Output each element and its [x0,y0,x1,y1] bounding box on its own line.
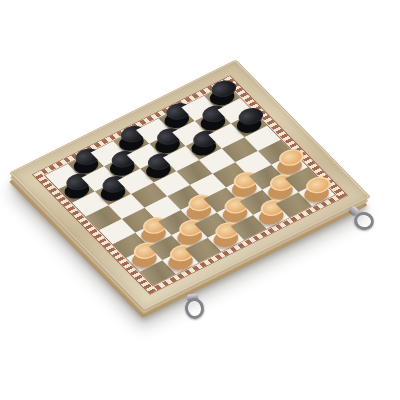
metal-clasp-bottom-icon [183,294,207,320]
checkers-board: ⛂⛂⛂⛂⛂⛂⛂⛂⛂⛂⛂⛂⛀⛀⛀⛀⛀⛀⛀⛀⛀⛀⛀⛀ [10,60,369,309]
clasp-ring-icon [183,296,206,320]
product-photo-scene: ⛂⛂⛂⛂⛂⛂⛂⛂⛂⛂⛂⛂⛀⛀⛀⛀⛀⛀⛀⛀⛀⛀⛀⛀ [0,0,400,400]
metal-clasp-right-icon [350,206,374,232]
